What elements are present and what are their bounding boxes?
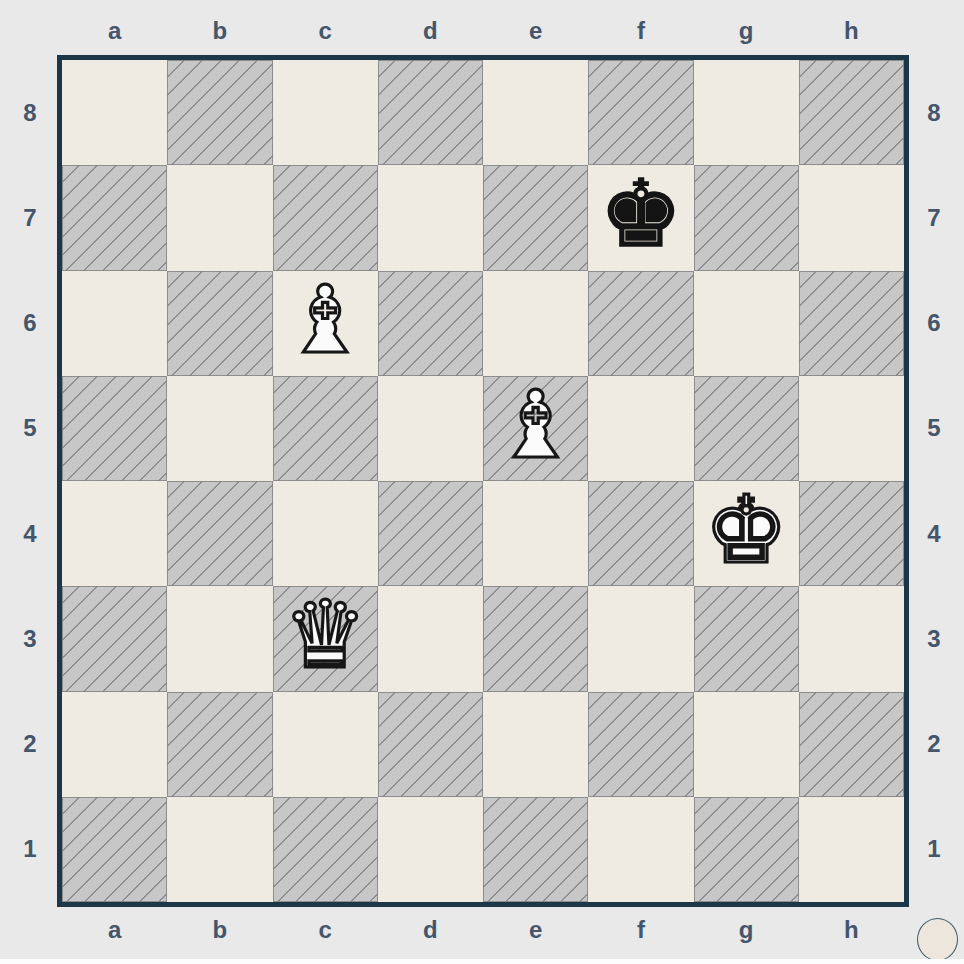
rank-label-2: 2 — [912, 692, 956, 797]
file-label-b: b — [167, 910, 272, 950]
square-a5[interactable] — [62, 376, 167, 481]
square-g5[interactable] — [694, 376, 799, 481]
square-c6[interactable]: ♝ — [273, 271, 378, 376]
square-a3[interactable] — [62, 586, 167, 691]
rank-label-3: 3 — [8, 586, 52, 691]
piece-black-king[interactable]: ♚ — [599, 168, 682, 261]
square-c4[interactable] — [273, 481, 378, 586]
square-g3[interactable] — [694, 586, 799, 691]
square-e1[interactable] — [483, 797, 588, 902]
rank-label-2: 2 — [8, 692, 52, 797]
square-d5[interactable] — [378, 376, 483, 481]
page-bottom-strip — [0, 959, 964, 964]
square-h1[interactable] — [799, 797, 904, 902]
square-f6[interactable] — [588, 271, 693, 376]
rank-label-7: 7 — [912, 165, 956, 270]
rank-label-4: 4 — [8, 481, 52, 586]
rank-label-6: 6 — [8, 271, 52, 376]
square-f4[interactable] — [588, 481, 693, 586]
rank-label-7: 7 — [8, 165, 52, 270]
piece-white-bishop[interactable]: ♝ — [283, 274, 366, 367]
square-d4[interactable] — [378, 481, 483, 586]
piece-white-queen[interactable]: ♛ — [283, 589, 366, 682]
square-e2[interactable] — [483, 692, 588, 797]
square-g7[interactable] — [694, 165, 799, 270]
file-label-c: c — [273, 12, 378, 50]
square-b5[interactable] — [167, 376, 272, 481]
square-b3[interactable] — [167, 586, 272, 691]
square-h5[interactable] — [799, 376, 904, 481]
rank-labels-right: 87654321 — [912, 60, 956, 902]
square-f1[interactable] — [588, 797, 693, 902]
square-a2[interactable] — [62, 692, 167, 797]
file-labels-bottom: abcdefgh — [62, 910, 904, 950]
side-to-move-indicator — [917, 918, 958, 961]
square-e5[interactable]: ♝ — [483, 376, 588, 481]
piece-white-bishop[interactable]: ♝ — [494, 379, 577, 472]
file-label-a: a — [62, 12, 167, 50]
square-d1[interactable] — [378, 797, 483, 902]
square-d6[interactable] — [378, 271, 483, 376]
square-b7[interactable] — [167, 165, 272, 270]
square-a7[interactable] — [62, 165, 167, 270]
rank-label-1: 1 — [8, 797, 52, 902]
square-d2[interactable] — [378, 692, 483, 797]
square-h6[interactable] — [799, 271, 904, 376]
square-e7[interactable] — [483, 165, 588, 270]
rank-label-1: 1 — [912, 797, 956, 902]
square-d7[interactable] — [378, 165, 483, 270]
file-label-f: f — [588, 12, 693, 50]
square-d3[interactable] — [378, 586, 483, 691]
square-g2[interactable] — [694, 692, 799, 797]
square-f8[interactable] — [588, 60, 693, 165]
rank-label-5: 5 — [8, 376, 52, 481]
file-label-e: e — [483, 910, 588, 950]
square-e4[interactable] — [483, 481, 588, 586]
square-g8[interactable] — [694, 60, 799, 165]
square-b4[interactable] — [167, 481, 272, 586]
square-a4[interactable] — [62, 481, 167, 586]
chess-board: ♚♝♝♚♛ — [57, 55, 909, 907]
square-f5[interactable] — [588, 376, 693, 481]
file-label-h: h — [799, 12, 904, 50]
rank-label-4: 4 — [912, 481, 956, 586]
rank-label-6: 6 — [912, 271, 956, 376]
rank-label-8: 8 — [912, 60, 956, 165]
square-e6[interactable] — [483, 271, 588, 376]
square-a1[interactable] — [62, 797, 167, 902]
file-label-h: h — [799, 910, 904, 950]
square-g6[interactable] — [694, 271, 799, 376]
square-e3[interactable] — [483, 586, 588, 691]
square-b6[interactable] — [167, 271, 272, 376]
file-labels-top: abcdefgh — [62, 12, 904, 50]
file-label-f: f — [588, 910, 693, 950]
square-c1[interactable] — [273, 797, 378, 902]
square-h8[interactable] — [799, 60, 904, 165]
file-label-b: b — [167, 12, 272, 50]
square-d8[interactable] — [378, 60, 483, 165]
square-a6[interactable] — [62, 271, 167, 376]
file-label-g: g — [694, 910, 799, 950]
square-b2[interactable] — [167, 692, 272, 797]
file-label-d: d — [378, 910, 483, 950]
rank-label-8: 8 — [8, 60, 52, 165]
square-c7[interactable] — [273, 165, 378, 270]
square-f2[interactable] — [588, 692, 693, 797]
square-b8[interactable] — [167, 60, 272, 165]
square-c5[interactable] — [273, 376, 378, 481]
rank-label-3: 3 — [912, 586, 956, 691]
file-label-a: a — [62, 910, 167, 950]
file-label-c: c — [273, 910, 378, 950]
square-e8[interactable] — [483, 60, 588, 165]
square-h4[interactable] — [799, 481, 904, 586]
rank-label-5: 5 — [912, 376, 956, 481]
square-c3[interactable]: ♛ — [273, 586, 378, 691]
square-h3[interactable] — [799, 586, 904, 691]
square-h7[interactable] — [799, 165, 904, 270]
square-h2[interactable] — [799, 692, 904, 797]
file-label-e: e — [483, 12, 588, 50]
square-g4[interactable]: ♚ — [694, 481, 799, 586]
square-c2[interactable] — [273, 692, 378, 797]
rank-labels-left: 87654321 — [8, 60, 52, 902]
square-b1[interactable] — [167, 797, 272, 902]
square-c8[interactable] — [273, 60, 378, 165]
chess-diagram: abcdefgh abcdefgh 87654321 87654321 ♚♝♝♚… — [0, 0, 964, 964]
square-a8[interactable] — [62, 60, 167, 165]
piece-white-king[interactable]: ♚ — [704, 484, 787, 577]
square-f3[interactable] — [588, 586, 693, 691]
square-g1[interactable] — [694, 797, 799, 902]
file-label-g: g — [694, 12, 799, 50]
file-label-d: d — [378, 12, 483, 50]
square-f7[interactable]: ♚ — [588, 165, 693, 270]
